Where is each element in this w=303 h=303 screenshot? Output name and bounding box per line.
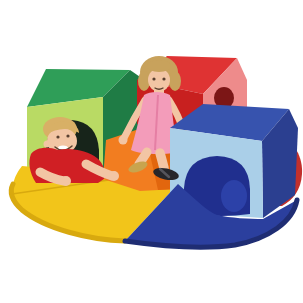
girl-left-hand — [119, 136, 128, 145]
girl-eye-right — [162, 77, 165, 80]
girl-right-leg — [160, 153, 164, 168]
girl-eye-left — [152, 77, 155, 80]
girl-hair-right — [169, 71, 181, 91]
blue-arch-inner-wall — [221, 180, 247, 212]
boy-ear — [44, 141, 51, 148]
boy-left-hand — [109, 171, 119, 181]
girl-bangs — [147, 60, 171, 72]
boy-right-hand — [61, 176, 71, 186]
boy-eye-right — [66, 134, 69, 137]
boy-eye-left — [56, 135, 59, 138]
soft-play-scene — [0, 0, 303, 303]
product-photo — [0, 0, 303, 303]
